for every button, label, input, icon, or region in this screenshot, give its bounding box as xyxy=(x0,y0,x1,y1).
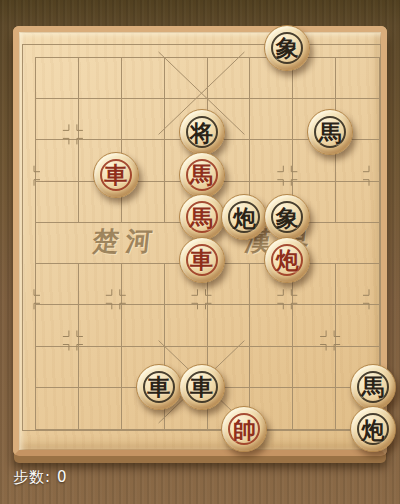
board-cell xyxy=(79,305,122,346)
xiangqi-piece-red[interactable]: 車 xyxy=(93,152,139,198)
xiangqi-piece-black[interactable]: 将 xyxy=(179,109,225,155)
piece-glyph: 馬 xyxy=(190,206,213,229)
piece-glyph: 炮 xyxy=(362,418,385,441)
piece-glyph: 馬 xyxy=(190,163,213,186)
xiangqi-piece-black[interactable]: 車 xyxy=(179,364,225,410)
piece-glyph: 将 xyxy=(190,121,213,144)
piece-glyph: 車 xyxy=(104,163,127,186)
board-cell xyxy=(293,305,336,346)
move-counter: 步数:0 xyxy=(13,468,68,487)
board-cell xyxy=(250,140,293,181)
xiangqi-piece-red[interactable]: 馬 xyxy=(179,152,225,198)
board-cell xyxy=(36,99,79,140)
board-cell xyxy=(36,264,79,305)
board-cell xyxy=(79,99,122,140)
board-cell xyxy=(79,264,122,305)
xiangqi-piece-black[interactable]: 馬 xyxy=(350,364,396,410)
piece-glyph: 象 xyxy=(276,36,299,59)
piece-glyph: 馬 xyxy=(362,375,385,398)
board-cell xyxy=(36,305,79,346)
piece-glyph: 馬 xyxy=(319,121,342,144)
move-counter-value: 0 xyxy=(57,468,68,486)
app-background: { "game": "xiangqi", "position": "6b2/9/… xyxy=(0,0,400,504)
piece-glyph: 車 xyxy=(190,375,213,398)
board-cell xyxy=(336,264,379,305)
board-cell xyxy=(336,223,379,264)
piece-glyph: 炮 xyxy=(276,248,299,271)
board-cell xyxy=(250,99,293,140)
board-cell xyxy=(36,140,79,181)
xiangqi-piece-red[interactable]: 車 xyxy=(179,237,225,283)
piece-glyph: 炮 xyxy=(233,206,256,229)
board-cell xyxy=(36,223,79,264)
piece-glyph: 帥 xyxy=(233,418,256,441)
river-label-left: 楚河 xyxy=(91,224,161,259)
board-cell xyxy=(36,388,79,429)
xiangqi-piece-black[interactable]: 炮 xyxy=(350,406,396,452)
board-cell xyxy=(208,58,251,99)
board-cell xyxy=(336,58,379,99)
xiangqi-piece-red[interactable]: 馬 xyxy=(179,194,225,240)
board-cell xyxy=(79,58,122,99)
piece-glyph: 車 xyxy=(190,248,213,271)
move-counter-label: 步数: xyxy=(13,468,51,486)
board-cell xyxy=(165,305,208,346)
board-cell xyxy=(122,264,165,305)
board-cell xyxy=(122,305,165,346)
xiangqi-piece-black[interactable]: 象 xyxy=(264,25,310,71)
board-cell xyxy=(36,58,79,99)
xiangqi-piece-black[interactable]: 車 xyxy=(136,364,182,410)
board-cell xyxy=(250,347,293,388)
piece-glyph: 象 xyxy=(276,206,299,229)
board-cell xyxy=(293,347,336,388)
board-cell xyxy=(293,388,336,429)
board-cell xyxy=(79,347,122,388)
board-cell xyxy=(122,99,165,140)
board-cell xyxy=(36,347,79,388)
board-cell xyxy=(36,182,79,223)
board-cell xyxy=(165,58,208,99)
xiangqi-piece-red[interactable]: 炮 xyxy=(264,237,310,283)
piece-glyph: 車 xyxy=(147,375,170,398)
board-cell xyxy=(250,305,293,346)
board-cell xyxy=(79,388,122,429)
board-cell xyxy=(208,305,251,346)
board-cell xyxy=(122,58,165,99)
board-cell xyxy=(336,305,379,346)
board-cell xyxy=(336,182,379,223)
